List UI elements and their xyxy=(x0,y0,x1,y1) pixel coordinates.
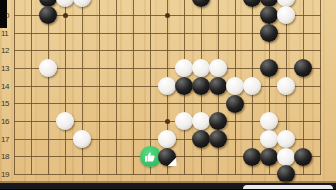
board-intersection[interactable] xyxy=(261,24,278,42)
black-stone[interactable] xyxy=(260,148,278,166)
black-stone[interactable] xyxy=(192,77,210,95)
black-stone[interactable] xyxy=(39,6,57,24)
black-stone[interactable] xyxy=(175,77,193,95)
white-stone[interactable] xyxy=(158,77,176,95)
board-intersection[interactable] xyxy=(261,130,278,148)
black-stone[interactable] xyxy=(209,77,227,95)
white-stone[interactable] xyxy=(260,112,278,130)
black-stone[interactable] xyxy=(209,112,227,130)
board-intersection[interactable] xyxy=(261,60,278,78)
white-stone[interactable] xyxy=(226,77,244,95)
board-intersection[interactable] xyxy=(261,7,278,25)
board-intersection[interactable] xyxy=(295,60,312,78)
board-intersection[interactable] xyxy=(74,0,91,7)
board-intersection[interactable] xyxy=(40,60,57,78)
board-intersection[interactable] xyxy=(244,148,261,166)
board-intersection[interactable] xyxy=(40,7,57,25)
board-intersection[interactable] xyxy=(278,7,295,25)
go-board[interactable] xyxy=(6,0,329,183)
white-stone[interactable] xyxy=(277,77,295,95)
board-intersection[interactable] xyxy=(227,95,244,113)
board-intersection[interactable] xyxy=(244,0,261,7)
board-intersection[interactable] xyxy=(278,148,295,166)
white-stone[interactable] xyxy=(260,130,278,148)
white-stone[interactable] xyxy=(277,130,295,148)
board-intersection[interactable] xyxy=(295,148,312,166)
white-stone[interactable] xyxy=(73,0,91,7)
white-stone[interactable] xyxy=(209,59,227,77)
black-stone[interactable] xyxy=(260,24,278,42)
white-stone[interactable] xyxy=(158,130,176,148)
board-intersection[interactable] xyxy=(278,130,295,148)
board-intersection[interactable] xyxy=(261,148,278,166)
white-stone[interactable] xyxy=(175,112,193,130)
board-intersection[interactable] xyxy=(261,112,278,130)
white-stone[interactable] xyxy=(243,77,261,95)
board-intersection[interactable] xyxy=(244,77,261,95)
black-stone[interactable] xyxy=(294,148,312,166)
board-intersection[interactable] xyxy=(57,112,74,130)
board-intersection[interactable] xyxy=(57,0,74,7)
black-stone[interactable] xyxy=(243,0,261,7)
board-intersection[interactable] xyxy=(176,77,193,95)
board-intersection[interactable] xyxy=(210,77,227,95)
white-stone[interactable] xyxy=(192,112,210,130)
white-stone[interactable] xyxy=(39,59,57,77)
black-stone[interactable] xyxy=(260,59,278,77)
bottom-sheet-handle[interactable] xyxy=(243,185,333,190)
white-stone[interactable] xyxy=(175,59,193,77)
black-stone[interactable] xyxy=(209,130,227,148)
board-intersection[interactable] xyxy=(193,112,210,130)
black-stone[interactable] xyxy=(226,95,244,113)
board-intersection[interactable] xyxy=(210,130,227,148)
white-stone[interactable] xyxy=(277,148,295,166)
board-intersection[interactable] xyxy=(210,60,227,78)
white-stone[interactable] xyxy=(277,6,295,24)
board-intersection[interactable] xyxy=(159,130,176,148)
black-stone[interactable] xyxy=(192,0,210,7)
white-stone[interactable] xyxy=(56,112,74,130)
board-intersection[interactable] xyxy=(176,60,193,78)
board-intersection[interactable] xyxy=(193,130,210,148)
board-intersection[interactable] xyxy=(210,112,227,130)
board-intersection[interactable] xyxy=(74,130,91,148)
board-intersection[interactable] xyxy=(193,60,210,78)
board-intersection[interactable] xyxy=(159,77,176,95)
board-intersection[interactable] xyxy=(193,77,210,95)
black-stone[interactable] xyxy=(243,148,261,166)
white-stone[interactable] xyxy=(73,130,91,148)
go-app-screen: 10111213141516171819 xyxy=(0,0,336,189)
white-stone[interactable] xyxy=(56,0,74,7)
black-stone[interactable] xyxy=(294,59,312,77)
board-intersection[interactable] xyxy=(227,77,244,95)
board-intersection[interactable] xyxy=(193,0,210,7)
black-stone[interactable] xyxy=(192,130,210,148)
board-intersection[interactable] xyxy=(278,77,295,95)
top-left-black-bar xyxy=(0,0,7,28)
black-stone[interactable] xyxy=(260,6,278,24)
white-stone[interactable] xyxy=(192,59,210,77)
board-intersection[interactable] xyxy=(176,112,193,130)
